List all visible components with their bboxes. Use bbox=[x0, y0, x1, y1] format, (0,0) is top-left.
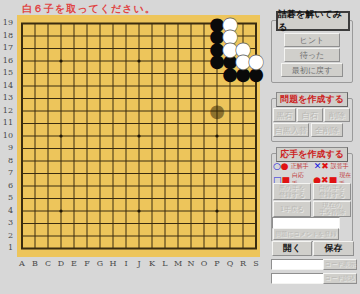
code-display-button[interactable]: コード表示 bbox=[323, 259, 357, 270]
black-stone-button[interactable]: 黒石 bbox=[273, 108, 296, 122]
col-label-P: P bbox=[211, 259, 224, 268]
row-label-5: 5 bbox=[0, 192, 15, 205]
col-label-F: F bbox=[81, 259, 94, 268]
delete-current-move-button[interactable]: 現在の手を削除 bbox=[313, 201, 351, 217]
black-stone-Q16: ● bbox=[224, 55, 237, 68]
row-label-6: 6 bbox=[0, 180, 15, 193]
black-stone-glyph: ● bbox=[209, 52, 225, 70]
row-label-12: 12 bbox=[0, 105, 15, 118]
reset-button[interactable]: 最初に戻す bbox=[281, 63, 343, 77]
row-label-16: 16 bbox=[0, 55, 15, 68]
column-coordinates: ABCDEFGHIJKLMNOPQRS bbox=[16, 259, 263, 268]
legend-label: 誤答手 bbox=[331, 162, 349, 171]
code-display-input[interactable] bbox=[271, 259, 325, 270]
col-label-J: J bbox=[133, 259, 146, 268]
black-stone-R15: ● bbox=[237, 67, 250, 80]
col-label-L: L bbox=[159, 259, 172, 268]
problem-instruction: 白６子を取ってください。 bbox=[22, 2, 156, 16]
legend-item: ○●正解手 bbox=[273, 162, 309, 171]
register-white-move-button[interactable]: 白の手を登録する bbox=[313, 183, 351, 200]
row-label-9: 9 bbox=[0, 142, 15, 155]
col-label-A: A bbox=[16, 259, 29, 268]
legend-symbol: ○ bbox=[273, 162, 281, 171]
white-stone-S16: ● bbox=[250, 55, 263, 68]
black-stone-P18: ● bbox=[211, 30, 224, 43]
row-label-8: 8 bbox=[0, 155, 15, 168]
row-label-7: 7 bbox=[0, 167, 15, 180]
marker-legend-row-1: ○●正解手✕✖誤答手 bbox=[273, 162, 354, 171]
open-button[interactable]: 開く bbox=[272, 241, 312, 256]
row-coordinates: 19181716151413121110987654321 bbox=[0, 17, 15, 255]
button-line: 手を削除 bbox=[319, 209, 345, 216]
row-label-10: 10 bbox=[0, 130, 15, 143]
col-label-C: C bbox=[42, 259, 55, 268]
swap-colors-button[interactable]: 白黒入替 bbox=[273, 123, 309, 137]
register-comment-button[interactable]: 問題にコメントを登録 bbox=[273, 228, 339, 240]
create-problem-mode-button[interactable]: 問題を作成する bbox=[276, 92, 348, 107]
col-label-E: E bbox=[68, 259, 81, 268]
black-stone-P16: ● bbox=[211, 55, 224, 68]
create-response-mode-button[interactable]: 応手を作成する bbox=[276, 147, 348, 162]
go-board[interactable]: ●●●●●●●●●●●●●●● bbox=[17, 15, 260, 257]
white-stone-Q17: ● bbox=[224, 42, 237, 55]
white-stone-R16: ● bbox=[237, 55, 250, 68]
col-label-O: O bbox=[198, 259, 211, 268]
row-label-11: 11 bbox=[0, 117, 15, 130]
legend-symbol: ● bbox=[281, 162, 289, 171]
app-window: 白６子を取ってください。 ●●●●●●●●●●●●●●● ABCDEFGHIJK… bbox=[0, 0, 360, 294]
col-label-Q: Q bbox=[224, 259, 237, 268]
col-label-H: H bbox=[107, 259, 120, 268]
code-load-button[interactable]: コード読込 bbox=[323, 273, 357, 284]
stone-grid: ●●●●●●●●●●●●●●● bbox=[16, 17, 263, 255]
delete-all-button[interactable]: 全削除 bbox=[311, 123, 343, 137]
ghost-stone-glyph: ● bbox=[209, 102, 225, 120]
col-label-B: B bbox=[29, 259, 42, 268]
button-line: 登録する bbox=[319, 192, 345, 199]
register-black-move-button[interactable]: 黒の手を登録する bbox=[273, 183, 311, 200]
row-label-13: 13 bbox=[0, 92, 15, 105]
row-label-18: 18 bbox=[0, 30, 15, 43]
legend-label: 正解手 bbox=[291, 162, 309, 171]
back-one-move-button[interactable]: 1手戻る bbox=[273, 201, 311, 217]
legend-symbol: ✖ bbox=[321, 162, 329, 171]
black-stone-glyph: ● bbox=[222, 65, 238, 83]
row-label-19: 19 bbox=[0, 17, 15, 30]
code-load-input[interactable] bbox=[271, 273, 325, 284]
solve-mode-button[interactable]: 詰碁を解いてみる bbox=[276, 11, 350, 31]
button-line: 登録する bbox=[279, 192, 305, 199]
white-stone-R17: ● bbox=[237, 42, 250, 55]
col-label-G: G bbox=[94, 259, 107, 268]
black-stone-P17: ● bbox=[211, 42, 224, 55]
row-label-15: 15 bbox=[0, 67, 15, 80]
white-stone-Q18: ● bbox=[224, 30, 237, 43]
black-stone-Q15: ● bbox=[224, 67, 237, 80]
legend-symbol: ✕ bbox=[314, 162, 322, 171]
hint-button[interactable]: ヒント bbox=[284, 33, 340, 47]
col-label-N: N bbox=[185, 259, 198, 268]
row-label-2: 2 bbox=[0, 230, 15, 243]
col-label-D: D bbox=[55, 259, 68, 268]
row-label-4: 4 bbox=[0, 205, 15, 218]
black-stone-P19: ● bbox=[211, 17, 224, 30]
col-label-I: I bbox=[120, 259, 133, 268]
save-button[interactable]: 保存 bbox=[313, 241, 354, 256]
legend-item: ✕✖誤答手 bbox=[314, 162, 349, 171]
row-label-1: 1 bbox=[0, 242, 15, 255]
white-stone-Q19: ● bbox=[224, 17, 237, 30]
col-label-M: M bbox=[172, 259, 185, 268]
col-label-S: S bbox=[250, 259, 263, 268]
button-line: 1手戻る bbox=[280, 206, 304, 213]
delete-stone-button[interactable]: 削除 bbox=[324, 108, 350, 122]
ghost-stone-P12: ● bbox=[211, 105, 224, 118]
row-label-14: 14 bbox=[0, 80, 15, 93]
black-stone-S15: ● bbox=[250, 67, 263, 80]
col-label-K: K bbox=[146, 259, 159, 268]
row-label-3: 3 bbox=[0, 217, 15, 230]
col-label-R: R bbox=[237, 259, 250, 268]
white-stone-button[interactable]: 白石 bbox=[297, 108, 323, 122]
undo-button[interactable]: 待った bbox=[284, 48, 340, 62]
row-label-17: 17 bbox=[0, 42, 15, 55]
